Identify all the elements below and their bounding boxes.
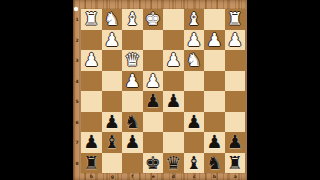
square-g7: ♝ [102,132,123,153]
square-e6 [143,112,164,133]
square-h7: ♟ [81,132,102,153]
white-pawn-e4: ♟ [145,71,161,91]
square-f1: ♝ [122,9,143,30]
square-e4: ♟ [143,71,164,92]
file-label-a: a [227,173,242,179]
square-a3 [225,50,246,71]
white-pawn-d3: ♟ [165,50,181,70]
square-c3: ♞ [184,50,205,71]
file-label-g: g [104,173,119,179]
file-label-b: b [207,173,222,179]
square-e8: ♚ [143,153,164,174]
white-pawn-b2: ♟ [206,30,222,50]
black-bishop-g7: ♝ [104,132,120,152]
white-rook-a1: ♜ [227,9,243,29]
square-h6 [81,112,102,133]
square-b4 [204,71,225,92]
square-a7: ♟ [225,132,246,153]
white-bishop-c1: ♝ [186,9,202,29]
square-f3: ♛ [122,50,143,71]
square-h2 [81,30,102,51]
chess-board: ♜♞♝♚♝♜♟♟♟♟♟♛♟♞♟♟♟♟♟♞♟♟♝♟♟♟♜♚♛♝♞♜ [81,9,245,173]
square-g1: ♞ [102,9,123,30]
board-frame: 12345678 ♜♞♝♚♝♜♟♟♟♟♟♛♟♞♟♟♟♟♟♞♟♟♝♟♟♟♜♚♛♝♞… [73,0,247,180]
square-d8: ♛ [163,153,184,174]
black-pawn-c6: ♟ [186,112,202,132]
rank-label-5: 5 [74,94,80,109]
file-label-d: d [166,173,181,179]
white-knight-c3: ♞ [186,50,202,70]
square-f5 [122,91,143,112]
square-d7 [163,132,184,153]
black-rook-a8: ♜ [227,153,243,173]
white-pawn-f4: ♟ [124,71,140,91]
rank-label-8: 8 [74,155,80,170]
file-label-c: c [186,173,201,179]
white-king-e1: ♚ [145,9,161,29]
black-rook-h8: ♜ [83,153,99,173]
square-g6: ♟ [102,112,123,133]
black-knight-f6: ♞ [124,112,140,132]
video-frame: 12345678 ♜♞♝♚♝♜♟♟♟♟♟♛♟♞♟♟♟♟♟♞♟♟♝♟♟♟♜♚♛♝♞… [0,0,320,180]
rank-label-7: 7 [74,135,80,150]
square-a6 [225,112,246,133]
square-f2 [122,30,143,51]
white-rook-h1: ♜ [83,9,99,29]
square-b7: ♟ [204,132,225,153]
file-labels: hgfedcba [81,172,245,180]
black-pawn-h7: ♟ [83,132,99,152]
black-bishop-c8: ♝ [186,153,202,173]
black-knight-b8: ♞ [206,153,222,173]
black-pawn-g6: ♟ [104,112,120,132]
square-b8: ♞ [204,153,225,174]
square-h5 [81,91,102,112]
square-e3 [143,50,164,71]
square-h8: ♜ [81,153,102,174]
black-king-e8: ♚ [145,153,161,173]
black-pawn-f7: ♟ [124,132,140,152]
square-c1: ♝ [184,9,205,30]
rank-label-4: 4 [74,73,80,88]
square-d4 [163,71,184,92]
white-pawn-h3: ♟ [83,50,99,70]
square-f4: ♟ [122,71,143,92]
square-g5 [102,91,123,112]
square-b2: ♟ [204,30,225,51]
file-label-e: e [145,173,160,179]
square-h3: ♟ [81,50,102,71]
rank-label-1: 1 [74,12,80,27]
rank-label-2: 2 [74,32,80,47]
rank-label-3: 3 [74,53,80,68]
file-label-f: f [125,173,140,179]
square-c8: ♝ [184,153,205,174]
rank-label-6: 6 [74,114,80,129]
white-queen-f3: ♛ [124,50,140,70]
black-pawn-d5: ♟ [165,91,181,111]
square-d5: ♟ [163,91,184,112]
black-pawn-b7: ♟ [206,132,222,152]
square-d2 [163,30,184,51]
square-g3 [102,50,123,71]
black-pawn-a7: ♟ [227,132,243,152]
square-g4 [102,71,123,92]
square-c2: ♟ [184,30,205,51]
white-pawn-g2: ♟ [104,30,120,50]
square-e1: ♚ [143,9,164,30]
square-d1 [163,9,184,30]
square-h4 [81,71,102,92]
white-pawn-a2: ♟ [227,30,243,50]
square-a4 [225,71,246,92]
square-e5: ♟ [143,91,164,112]
white-bishop-f1: ♝ [124,9,140,29]
square-d6 [163,112,184,133]
square-e2 [143,30,164,51]
square-c6: ♟ [184,112,205,133]
square-b5 [204,91,225,112]
square-g2: ♟ [102,30,123,51]
square-c5 [184,91,205,112]
square-a2: ♟ [225,30,246,51]
square-d3: ♟ [163,50,184,71]
square-a8: ♜ [225,153,246,174]
square-e7 [143,132,164,153]
square-f8 [122,153,143,174]
white-knight-g1: ♞ [104,9,120,29]
file-label-h: h [84,173,99,179]
square-h1: ♜ [81,9,102,30]
square-b1 [204,9,225,30]
square-g8 [102,153,123,174]
white-pawn-c2: ♟ [186,30,202,50]
square-c4 [184,71,205,92]
square-b6 [204,112,225,133]
square-f6: ♞ [122,112,143,133]
rank-labels: 12345678 [73,9,81,173]
square-f7: ♟ [122,132,143,153]
black-pawn-e5: ♟ [145,91,161,111]
black-queen-d8: ♛ [165,153,181,173]
square-a1: ♜ [225,9,246,30]
square-c7 [184,132,205,153]
square-a5 [225,91,246,112]
square-b3 [204,50,225,71]
